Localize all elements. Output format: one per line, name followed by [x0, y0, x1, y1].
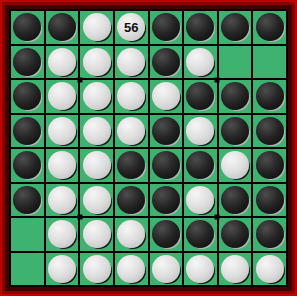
- black-disc: [152, 48, 180, 76]
- cell-e5[interactable]: [150, 149, 183, 182]
- cell-c1[interactable]: [80, 11, 113, 44]
- cell-d8[interactable]: [115, 253, 148, 286]
- white-disc: [117, 48, 145, 76]
- white-disc: [186, 255, 214, 283]
- cell-f3[interactable]: [184, 80, 217, 113]
- black-disc: [186, 82, 214, 110]
- cell-d7[interactable]: [115, 218, 148, 251]
- white-disc: [221, 255, 249, 283]
- black-disc: [13, 151, 41, 179]
- black-disc: [186, 220, 214, 248]
- cell-h1[interactable]: [253, 11, 286, 44]
- white-disc: [256, 255, 284, 283]
- cell-c6[interactable]: [80, 184, 113, 217]
- white-disc: [117, 82, 145, 110]
- cell-h2[interactable]: [253, 46, 286, 79]
- white-disc: [48, 186, 76, 214]
- cell-e3[interactable]: [150, 80, 183, 113]
- cell-h3[interactable]: [253, 80, 286, 113]
- white-disc: [221, 151, 249, 179]
- black-disc: [117, 151, 145, 179]
- cell-g5[interactable]: [219, 149, 252, 182]
- cell-b7[interactable]: [46, 218, 79, 251]
- white-disc: [117, 117, 145, 145]
- black-disc: [256, 151, 284, 179]
- white-disc: [48, 82, 76, 110]
- cell-h4[interactable]: [253, 115, 286, 148]
- white-disc: [83, 117, 111, 145]
- black-disc: [152, 13, 180, 41]
- black-disc: [221, 82, 249, 110]
- othello-board: 56: [9, 9, 288, 287]
- cell-b2[interactable]: [46, 46, 79, 79]
- black-disc: [13, 117, 41, 145]
- cell-d3[interactable]: [115, 80, 148, 113]
- cell-h6[interactable]: [253, 184, 286, 217]
- cell-d1[interactable]: 56: [115, 11, 148, 44]
- move-number-label: 56: [124, 21, 138, 34]
- cell-c7[interactable]: [80, 218, 113, 251]
- cell-e4[interactable]: [150, 115, 183, 148]
- cell-f2[interactable]: [184, 46, 217, 79]
- cell-a4[interactable]: [11, 115, 44, 148]
- white-disc: [83, 13, 111, 41]
- white-disc: [83, 255, 111, 283]
- black-disc: [13, 186, 41, 214]
- cell-b1[interactable]: [46, 11, 79, 44]
- cell-f7[interactable]: [184, 218, 217, 251]
- white-disc: [48, 117, 76, 145]
- black-disc: [256, 117, 284, 145]
- black-disc: [256, 186, 284, 214]
- cell-a8[interactable]: [11, 253, 44, 286]
- cell-a2[interactable]: [11, 46, 44, 79]
- cell-a6[interactable]: [11, 184, 44, 217]
- white-disc: [83, 186, 111, 214]
- white-disc: [48, 48, 76, 76]
- cell-f5[interactable]: [184, 149, 217, 182]
- white-disc: [186, 48, 214, 76]
- cell-f8[interactable]: [184, 253, 217, 286]
- cell-g6[interactable]: [219, 184, 252, 217]
- black-disc: [186, 151, 214, 179]
- cell-d4[interactable]: [115, 115, 148, 148]
- white-disc: [48, 151, 76, 179]
- white-disc: [152, 255, 180, 283]
- cell-c2[interactable]: [80, 46, 113, 79]
- white-disc: [83, 82, 111, 110]
- cell-b3[interactable]: [46, 80, 79, 113]
- white-disc: [186, 117, 214, 145]
- star-point: [77, 77, 82, 82]
- cell-c8[interactable]: [80, 253, 113, 286]
- cell-h5[interactable]: [253, 149, 286, 182]
- cell-b6[interactable]: [46, 184, 79, 217]
- cell-a3[interactable]: [11, 80, 44, 113]
- cell-b4[interactable]: [46, 115, 79, 148]
- star-point: [215, 214, 220, 219]
- cell-f6[interactable]: [184, 184, 217, 217]
- cell-e6[interactable]: [150, 184, 183, 217]
- cell-f4[interactable]: [184, 115, 217, 148]
- cell-d5[interactable]: [115, 149, 148, 182]
- cell-g8[interactable]: [219, 253, 252, 286]
- cell-e7[interactable]: [150, 218, 183, 251]
- white-disc: 56: [117, 13, 145, 41]
- cell-g3[interactable]: [219, 80, 252, 113]
- cell-h8[interactable]: [253, 253, 286, 286]
- black-disc: [152, 117, 180, 145]
- cell-c4[interactable]: [80, 115, 113, 148]
- cell-a5[interactable]: [11, 149, 44, 182]
- black-disc: [221, 117, 249, 145]
- black-disc: [152, 220, 180, 248]
- cell-g2[interactable]: [219, 46, 252, 79]
- cell-d6[interactable]: [115, 184, 148, 217]
- star-point: [215, 77, 220, 82]
- cell-d2[interactable]: [115, 46, 148, 79]
- board-frame: 56: [0, 0, 297, 296]
- cell-e1[interactable]: [150, 11, 183, 44]
- cell-g4[interactable]: [219, 115, 252, 148]
- black-disc: [152, 186, 180, 214]
- black-disc: [152, 151, 180, 179]
- white-disc: [186, 186, 214, 214]
- black-disc: [256, 13, 284, 41]
- cell-e8[interactable]: [150, 253, 183, 286]
- cell-e2[interactable]: [150, 46, 183, 79]
- black-disc: [256, 82, 284, 110]
- white-disc: [117, 255, 145, 283]
- white-disc: [83, 151, 111, 179]
- black-disc: [221, 13, 249, 41]
- black-disc: [221, 220, 249, 248]
- white-disc: [117, 220, 145, 248]
- white-disc: [83, 220, 111, 248]
- cell-h7[interactable]: [253, 218, 286, 251]
- black-disc: [13, 82, 41, 110]
- black-disc: [256, 220, 284, 248]
- black-disc: [13, 48, 41, 76]
- black-disc: [48, 13, 76, 41]
- cell-b5[interactable]: [46, 149, 79, 182]
- cell-g1[interactable]: [219, 11, 252, 44]
- cell-c5[interactable]: [80, 149, 113, 182]
- cell-a1[interactable]: [11, 11, 44, 44]
- black-disc: [186, 13, 214, 41]
- cell-g7[interactable]: [219, 218, 252, 251]
- white-disc: [83, 48, 111, 76]
- black-disc: [117, 186, 145, 214]
- white-disc: [48, 255, 76, 283]
- cell-b8[interactable]: [46, 253, 79, 286]
- black-disc: [221, 186, 249, 214]
- white-disc: [48, 220, 76, 248]
- star-point: [77, 214, 82, 219]
- white-disc: [152, 82, 180, 110]
- cell-c3[interactable]: [80, 80, 113, 113]
- cell-a7[interactable]: [11, 218, 44, 251]
- black-disc: [13, 13, 41, 41]
- cell-f1[interactable]: [184, 11, 217, 44]
